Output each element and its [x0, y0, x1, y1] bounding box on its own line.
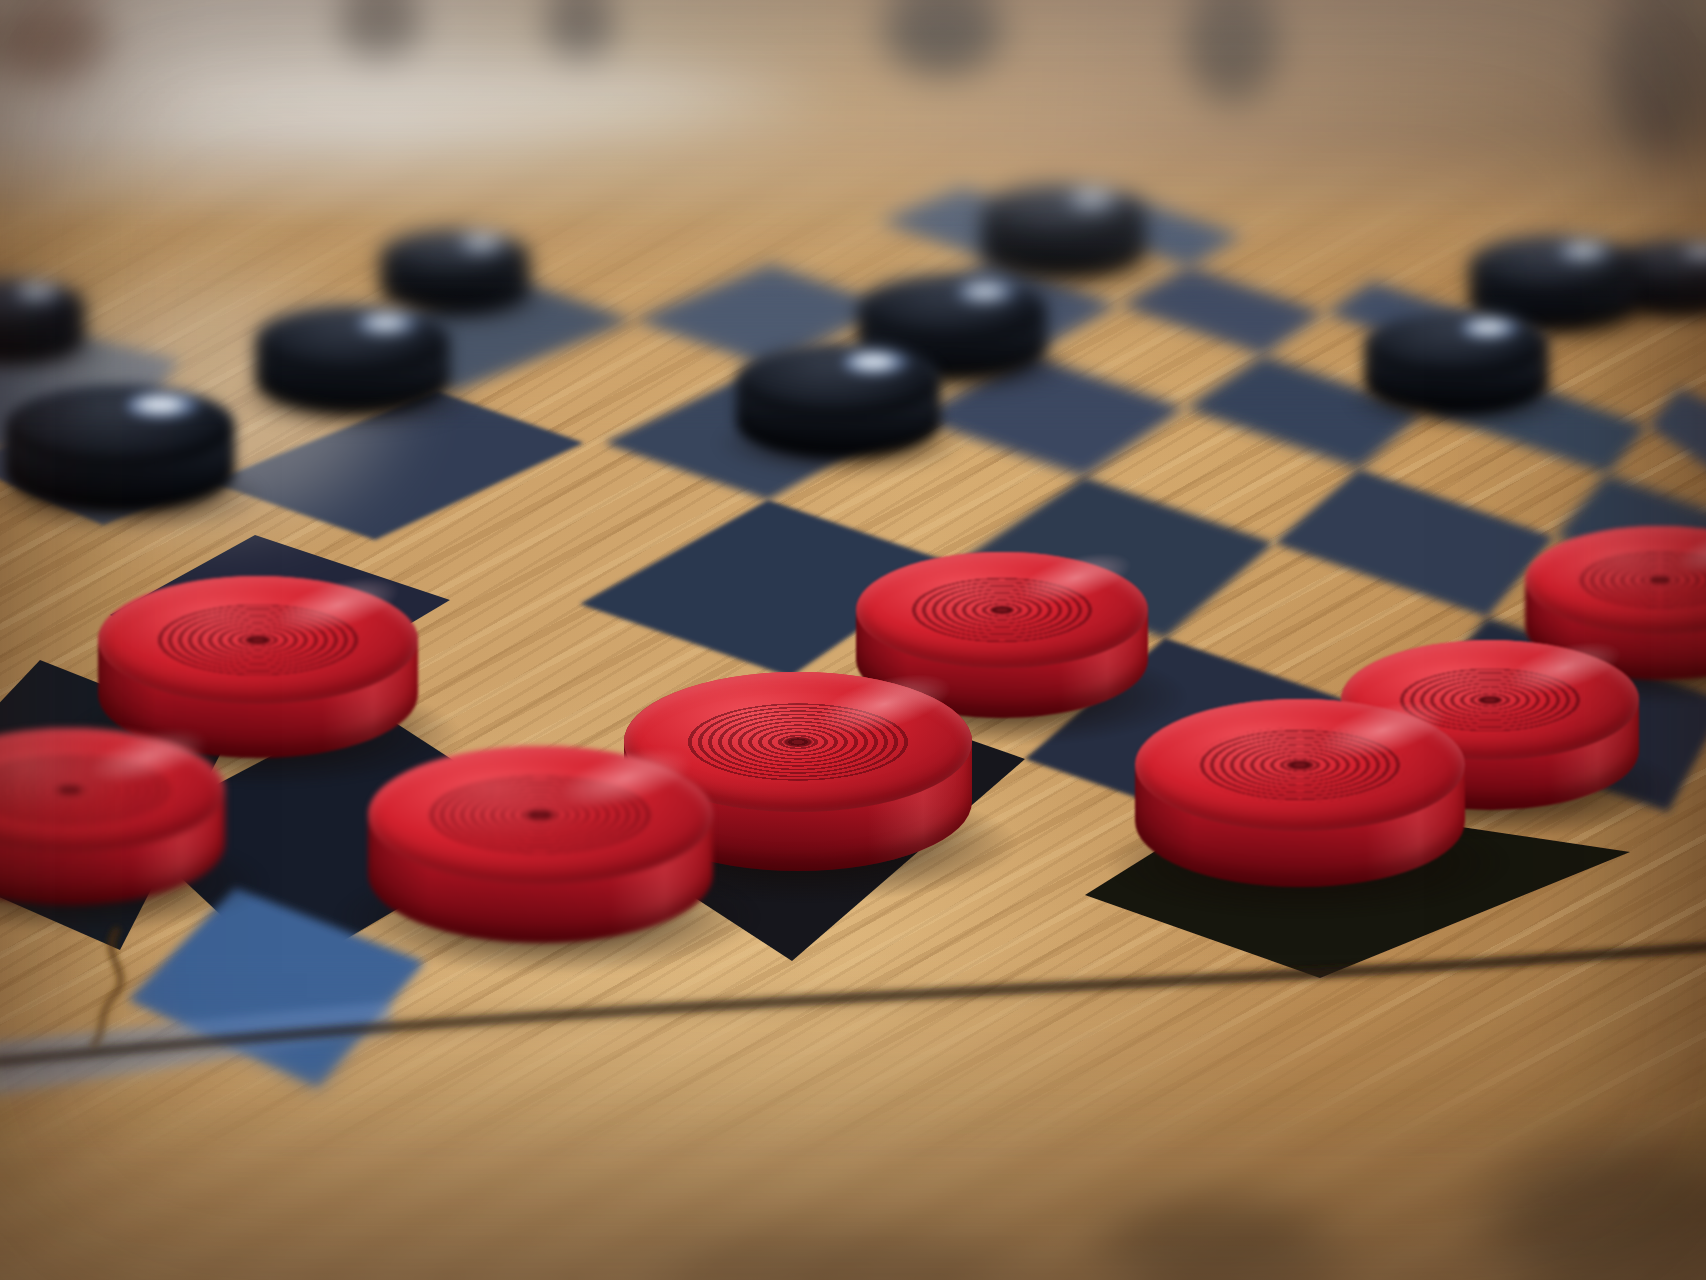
piece-top	[1135, 699, 1465, 831]
piece-top	[856, 552, 1148, 669]
checker-red[interactable]	[0, 728, 225, 905]
depth-blur-top	[0, 0, 1706, 430]
depth-blur-bottom	[0, 955, 1706, 1280]
checker-red[interactable]	[1135, 699, 1465, 887]
checker-red[interactable]	[368, 746, 713, 943]
checkers-photo-scene	[0, 0, 1706, 1280]
piece-top	[368, 746, 713, 884]
piece-top	[98, 576, 418, 704]
